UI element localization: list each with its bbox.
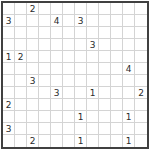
clue-number: 2 <box>30 136 36 146</box>
cell-r3c9[interactable] <box>99 27 111 39</box>
clue-cell-r8c5: 3 <box>51 87 63 99</box>
cell-r1c7[interactable] <box>75 3 87 15</box>
cell-r3c11[interactable] <box>123 27 135 39</box>
clue-cell-r6c11: 4 <box>123 63 135 75</box>
clue-number: 1 <box>6 52 12 62</box>
cell-r7c8[interactable] <box>87 75 99 87</box>
cell-r3c4[interactable] <box>39 27 51 39</box>
cell-r11c6[interactable] <box>63 123 75 135</box>
clue-cell-r5c1: 1 <box>3 51 15 63</box>
cell-r7c11[interactable] <box>123 75 135 87</box>
clue-cell-r10c7: 1 <box>75 111 87 123</box>
clue-cell-r11c1: 3 <box>3 123 15 135</box>
cell-r7c7[interactable] <box>75 75 87 87</box>
cell-r4c2[interactable] <box>15 39 27 51</box>
clue-cell-r5c2: 2 <box>15 51 27 63</box>
cell-r8c4[interactable] <box>39 87 51 99</box>
clue-cell-r12c7: 1 <box>75 135 87 147</box>
cell-r7c4[interactable] <box>39 75 51 87</box>
cell-r11c10[interactable] <box>111 123 123 135</box>
cell-r8c11[interactable] <box>123 87 135 99</box>
clue-number: 2 <box>6 100 12 110</box>
clue-cell-r1c3: 2 <box>27 3 39 15</box>
cell-r5c8[interactable] <box>87 51 99 63</box>
cell-r4c10[interactable] <box>111 39 123 51</box>
clue-cell-r4c8: 3 <box>87 39 99 51</box>
cell-r5c7[interactable] <box>75 51 87 63</box>
cell-r8c7[interactable] <box>75 87 87 99</box>
clue-cell-r2c7: 3 <box>75 15 87 27</box>
clue-number: 4 <box>126 64 132 74</box>
cell-r7c10[interactable] <box>111 75 123 87</box>
cell-r9c11[interactable] <box>123 99 135 111</box>
cell-r4c3[interactable] <box>27 39 39 51</box>
cell-r11c12[interactable] <box>135 123 147 135</box>
cell-r2c4[interactable] <box>39 15 51 27</box>
cell-r11c11[interactable] <box>123 123 135 135</box>
cell-r11c9[interactable] <box>99 123 111 135</box>
cell-r6c10[interactable] <box>111 63 123 75</box>
cell-r8c2[interactable] <box>15 87 27 99</box>
clue-number: 2 <box>18 52 24 62</box>
cell-r1c11[interactable] <box>123 3 135 15</box>
clue-number: 1 <box>90 88 96 98</box>
cell-r7c2[interactable] <box>15 75 27 87</box>
cell-r2c8[interactable] <box>87 15 99 27</box>
cell-r6c3[interactable] <box>27 63 39 75</box>
cell-r8c6[interactable] <box>63 87 75 99</box>
cell-r8c10[interactable] <box>111 87 123 99</box>
cell-r7c6[interactable] <box>63 75 75 87</box>
puzzle-board: 2343312433122113211 <box>1 1 149 149</box>
cell-r7c12[interactable] <box>135 75 147 87</box>
cell-r5c11[interactable] <box>123 51 135 63</box>
cell-r9c3[interactable] <box>27 99 39 111</box>
cell-r4c1[interactable] <box>3 39 15 51</box>
cell-r1c4[interactable] <box>39 3 51 15</box>
cell-r9c6[interactable] <box>63 99 75 111</box>
cell-r2c12[interactable] <box>135 15 147 27</box>
cell-r3c8[interactable] <box>87 27 99 39</box>
cell-r6c8[interactable] <box>87 63 99 75</box>
cell-r12c6[interactable] <box>63 135 75 147</box>
cell-r2c2[interactable] <box>15 15 27 27</box>
cell-r4c12[interactable] <box>135 39 147 51</box>
cell-r9c12[interactable] <box>135 99 147 111</box>
cell-r2c10[interactable] <box>111 15 123 27</box>
clue-number: 1 <box>78 112 84 122</box>
clue-cell-r8c12: 2 <box>135 87 147 99</box>
cell-r7c1[interactable] <box>3 75 15 87</box>
cell-r10c6[interactable] <box>63 111 75 123</box>
cell-r5c5[interactable] <box>51 51 63 63</box>
cell-r3c6[interactable] <box>63 27 75 39</box>
clue-number: 4 <box>54 16 60 26</box>
cell-r4c4[interactable] <box>39 39 51 51</box>
cell-r3c12[interactable] <box>135 27 147 39</box>
cell-r3c7[interactable] <box>75 27 87 39</box>
cell-r3c1[interactable] <box>3 27 15 39</box>
cell-r6c6[interactable] <box>63 63 75 75</box>
cell-r4c5[interactable] <box>51 39 63 51</box>
cell-r3c3[interactable] <box>27 27 39 39</box>
cell-r6c2[interactable] <box>15 63 27 75</box>
clue-number: 3 <box>90 40 96 50</box>
cell-r3c5[interactable] <box>51 27 63 39</box>
cell-r10c2[interactable] <box>15 111 27 123</box>
cell-r12c5[interactable] <box>51 135 63 147</box>
clue-number: 3 <box>6 124 12 134</box>
cell-r7c5[interactable] <box>51 75 63 87</box>
cell-r8c3[interactable] <box>27 87 39 99</box>
cell-r8c9[interactable] <box>99 87 111 99</box>
cell-r9c5[interactable] <box>51 99 63 111</box>
clue-number: 1 <box>126 112 132 122</box>
cell-r6c7[interactable] <box>75 63 87 75</box>
cell-r1c6[interactable] <box>63 3 75 15</box>
cell-r9c7[interactable] <box>75 99 87 111</box>
clue-cell-r8c8: 1 <box>87 87 99 99</box>
cell-r10c5[interactable] <box>51 111 63 123</box>
cell-r1c10[interactable] <box>111 3 123 15</box>
cell-r11c5[interactable] <box>51 123 63 135</box>
clue-cell-r7c3: 3 <box>27 75 39 87</box>
cell-r9c4[interactable] <box>39 99 51 111</box>
cell-r11c2[interactable] <box>15 123 27 135</box>
clue-cell-r10c11: 1 <box>123 111 135 123</box>
puzzle-page: 2343312433122113211 <box>0 0 150 150</box>
cell-r6c5[interactable] <box>51 63 63 75</box>
cell-r6c1[interactable] <box>3 63 15 75</box>
cell-r12c10[interactable] <box>111 135 123 147</box>
cell-r12c2[interactable] <box>15 135 27 147</box>
cell-r9c2[interactable] <box>15 99 27 111</box>
cell-r6c12[interactable] <box>135 63 147 75</box>
clue-cell-r12c3: 2 <box>27 135 39 147</box>
clue-number: 3 <box>6 16 12 26</box>
cell-r1c9[interactable] <box>99 3 111 15</box>
cell-r12c12[interactable] <box>135 135 147 147</box>
clue-number: 2 <box>30 4 36 14</box>
cell-r1c12[interactable] <box>135 3 147 15</box>
cell-r2c6[interactable] <box>63 15 75 27</box>
cell-r10c3[interactable] <box>27 111 39 123</box>
cell-r11c3[interactable] <box>27 123 39 135</box>
cell-r4c9[interactable] <box>99 39 111 51</box>
cell-r4c6[interactable] <box>63 39 75 51</box>
cell-r5c3[interactable] <box>27 51 39 63</box>
cell-r12c8[interactable] <box>87 135 99 147</box>
cell-r12c1[interactable] <box>3 135 15 147</box>
cell-r8c1[interactable] <box>3 87 15 99</box>
cell-r4c7[interactable] <box>75 39 87 51</box>
clue-number: 3 <box>54 88 60 98</box>
cell-r11c4[interactable] <box>39 123 51 135</box>
cell-r5c9[interactable] <box>99 51 111 63</box>
clue-cell-r2c5: 4 <box>51 15 63 27</box>
cell-r1c1[interactable] <box>3 3 15 15</box>
cell-r10c1[interactable] <box>3 111 15 123</box>
clue-cell-r9c1: 2 <box>3 99 15 111</box>
cell-r9c8[interactable] <box>87 99 99 111</box>
cell-r10c10[interactable] <box>111 111 123 123</box>
cell-r9c9[interactable] <box>99 99 111 111</box>
clue-number: 3 <box>30 76 36 86</box>
cell-r12c4[interactable] <box>39 135 51 147</box>
cell-r2c3[interactable] <box>27 15 39 27</box>
clue-number: 3 <box>78 16 84 26</box>
cell-r5c12[interactable] <box>135 51 147 63</box>
cell-r10c8[interactable] <box>87 111 99 123</box>
cell-r12c9[interactable] <box>99 135 111 147</box>
cell-r7c9[interactable] <box>99 75 111 87</box>
cell-r11c7[interactable] <box>75 123 87 135</box>
cell-r1c5[interactable] <box>51 3 63 15</box>
cell-r4c11[interactable] <box>123 39 135 51</box>
cell-r11c8[interactable] <box>87 123 99 135</box>
cell-r9c10[interactable] <box>111 99 123 111</box>
cell-r5c6[interactable] <box>63 51 75 63</box>
cell-r2c9[interactable] <box>99 15 111 27</box>
cell-r5c10[interactable] <box>111 51 123 63</box>
cell-r3c10[interactable] <box>111 27 123 39</box>
cell-r3c2[interactable] <box>15 27 27 39</box>
cell-r6c4[interactable] <box>39 63 51 75</box>
cell-r1c2[interactable] <box>15 3 27 15</box>
cell-r6c9[interactable] <box>99 63 111 75</box>
clue-cell-r2c1: 3 <box>3 15 15 27</box>
clue-number: 2 <box>138 88 144 98</box>
cell-r2c11[interactable] <box>123 15 135 27</box>
cell-r10c9[interactable] <box>99 111 111 123</box>
cell-r10c12[interactable] <box>135 111 147 123</box>
cell-r10c4[interactable] <box>39 111 51 123</box>
cell-r5c4[interactable] <box>39 51 51 63</box>
clue-number: 1 <box>78 136 84 146</box>
clue-cell-r12c11: 1 <box>123 135 135 147</box>
cell-r1c8[interactable] <box>87 3 99 15</box>
clue-number: 1 <box>126 136 132 146</box>
